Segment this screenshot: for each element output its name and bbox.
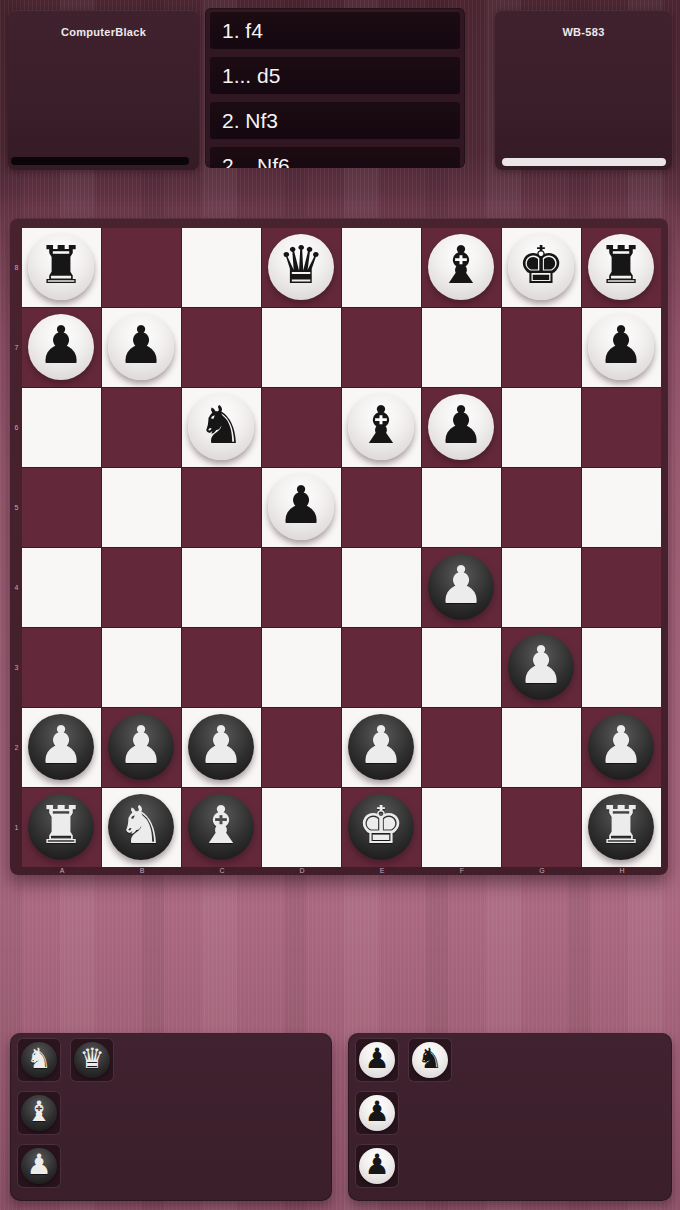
square-f2[interactable] [422, 708, 501, 787]
square-e7[interactable] [342, 308, 421, 387]
black-rook[interactable]: ♜ [28, 234, 94, 300]
piece-glyph: ♜ [38, 799, 85, 851]
white-king[interactable]: ♚ [348, 794, 414, 860]
captured-tile: ♟ [355, 1144, 399, 1188]
piece-glyph: ♚ [358, 799, 405, 851]
square-d7[interactable] [262, 308, 341, 387]
square-e8[interactable] [342, 228, 421, 307]
square-b4[interactable] [102, 548, 181, 627]
square-b2[interactable]: ♟ [102, 708, 181, 787]
piece-glyph: ♝ [438, 239, 485, 291]
piece-glyph: ♟ [38, 719, 85, 771]
square-e2[interactable]: ♟ [342, 708, 421, 787]
piece-glyph: ♞ [198, 399, 245, 451]
black-bishop[interactable]: ♝ [348, 394, 414, 460]
piece-glyph: ♝ [198, 799, 245, 851]
piece-glyph: ♟ [118, 319, 165, 371]
black-king[interactable]: ♚ [508, 234, 574, 300]
square-a7[interactable]: ♟ [22, 308, 101, 387]
square-a2[interactable]: ♟ [22, 708, 101, 787]
move-list[interactable]: 1. f41... d52. Nf32... Nf6 [205, 8, 465, 168]
move-row[interactable]: 1... d5 [210, 57, 460, 94]
captured-tile: ♟ [17, 1144, 61, 1188]
piece-glyph: ♟ [364, 1045, 389, 1073]
captured-white-queen: ♛ [74, 1042, 110, 1078]
square-a5[interactable] [22, 468, 101, 547]
piece-glyph: ♜ [598, 239, 645, 291]
piece-glyph: ♟ [438, 399, 485, 451]
piece-glyph: ♟ [598, 719, 645, 771]
chess-board-frame: ♜♛♝♚♜♟♟♟♞♝♟♟♟♟♟♟♟♟♟♜♞♝♚♜ 87654321 ABCDEF… [10, 218, 668, 875]
rank-label-6: 6 [12, 424, 21, 432]
piece-glyph: ♟ [26, 1151, 51, 1179]
square-f5[interactable] [422, 468, 501, 547]
square-h3[interactable] [582, 628, 661, 707]
square-c4[interactable] [182, 548, 261, 627]
square-f7[interactable] [422, 308, 501, 387]
square-d2[interactable] [262, 708, 341, 787]
piece-glyph: ♟ [438, 559, 485, 611]
square-e4[interactable] [342, 548, 421, 627]
black-pawn[interactable]: ♟ [108, 314, 174, 380]
rank-label-1: 1 [12, 824, 21, 832]
file-label-f: F [422, 867, 502, 875]
square-g2[interactable] [502, 708, 581, 787]
captured-tile: ♞ [17, 1038, 61, 1082]
square-h6[interactable] [582, 388, 661, 467]
piece-glyph: ♟ [198, 719, 245, 771]
file-label-a: A [22, 867, 102, 875]
chess-board: ♜♛♝♚♜♟♟♟♞♝♟♟♟♟♟♟♟♟♟♜♞♝♚♜ [22, 228, 661, 867]
square-b5[interactable] [102, 468, 181, 547]
file-label-b: B [102, 867, 182, 875]
move-row[interactable]: 2... Nf6 [210, 147, 460, 168]
captured-tile: ♞ [408, 1038, 452, 1082]
square-e5[interactable] [342, 468, 421, 547]
captured-white-bishop: ♝ [21, 1095, 57, 1131]
square-h5[interactable] [582, 468, 661, 547]
piece-glyph: ♟ [364, 1151, 389, 1179]
piece-glyph: ♞ [118, 799, 165, 851]
rank-label-8: 8 [12, 264, 21, 272]
black-pawn[interactable]: ♟ [268, 474, 334, 540]
piece-glyph: ♟ [118, 719, 165, 771]
player-panel-white: WB-583 [495, 10, 672, 170]
rank-label-4: 4 [12, 584, 21, 592]
square-c3[interactable] [182, 628, 261, 707]
white-rook[interactable]: ♜ [588, 794, 654, 860]
white-pawn[interactable]: ♟ [428, 554, 494, 620]
piece-glyph: ♚ [518, 239, 565, 291]
white-rook[interactable]: ♜ [28, 794, 94, 860]
square-d8[interactable]: ♛ [262, 228, 341, 307]
square-a6[interactable] [22, 388, 101, 467]
square-c5[interactable] [182, 468, 261, 547]
black-progress-bar [11, 157, 189, 165]
square-b8[interactable] [102, 228, 181, 307]
square-h7[interactable]: ♟ [582, 308, 661, 387]
black-pawn[interactable]: ♟ [588, 314, 654, 380]
square-c8[interactable] [182, 228, 261, 307]
square-b6[interactable] [102, 388, 181, 467]
piece-glyph: ♛ [79, 1045, 104, 1073]
piece-glyph: ♟ [364, 1098, 389, 1126]
rank-label-5: 5 [12, 504, 21, 512]
white-progress-bar [502, 158, 666, 166]
square-d3[interactable] [262, 628, 341, 707]
captured-tile: ♟ [355, 1038, 399, 1082]
black-queen[interactable]: ♛ [268, 234, 334, 300]
file-label-g: G [502, 867, 582, 875]
square-c7[interactable] [182, 308, 261, 387]
white-pawn[interactable]: ♟ [348, 714, 414, 780]
white-pawn[interactable]: ♟ [188, 714, 254, 780]
piece-glyph: ♜ [598, 799, 645, 851]
captured-tray-white-pieces: ♞♛♝♟ [10, 1033, 332, 1201]
square-g8[interactable]: ♚ [502, 228, 581, 307]
square-a1[interactable]: ♜ [22, 788, 101, 867]
white-bishop[interactable]: ♝ [188, 794, 254, 860]
captured-tile: ♝ [17, 1091, 61, 1135]
white-knight[interactable]: ♞ [108, 794, 174, 860]
white-pawn[interactable]: ♟ [108, 714, 174, 780]
file-label-c: C [182, 867, 262, 875]
captured-tray-black-pieces: ♟♞♟♟ [348, 1033, 672, 1201]
square-b3[interactable] [102, 628, 181, 707]
piece-glyph: ♜ [38, 239, 85, 291]
white-pawn[interactable]: ♟ [508, 634, 574, 700]
black-pawn[interactable]: ♟ [28, 314, 94, 380]
piece-glyph: ♞ [26, 1045, 51, 1073]
captured-black-pawn: ♟ [359, 1095, 395, 1131]
square-h1[interactable]: ♜ [582, 788, 661, 867]
captured-black-pawn: ♟ [359, 1042, 395, 1078]
square-c6[interactable]: ♞ [182, 388, 261, 467]
captured-tile: ♟ [355, 1091, 399, 1135]
square-a4[interactable] [22, 548, 101, 627]
square-b7[interactable]: ♟ [102, 308, 181, 387]
square-d1[interactable] [262, 788, 341, 867]
square-f3[interactable] [422, 628, 501, 707]
square-d4[interactable] [262, 548, 341, 627]
square-f1[interactable] [422, 788, 501, 867]
square-h2[interactable]: ♟ [582, 708, 661, 787]
piece-glyph: ♛ [278, 239, 325, 291]
square-e3[interactable] [342, 628, 421, 707]
square-g6[interactable] [502, 388, 581, 467]
rank-label-7: 7 [12, 344, 21, 352]
square-f4[interactable]: ♟ [422, 548, 501, 627]
piece-glyph: ♝ [358, 399, 405, 451]
square-g4[interactable] [502, 548, 581, 627]
player-name-black: ComputerBlack [8, 26, 199, 38]
file-label-d: D [262, 867, 342, 875]
square-c1[interactable]: ♝ [182, 788, 261, 867]
piece-glyph: ♞ [417, 1045, 442, 1073]
white-pawn[interactable]: ♟ [588, 714, 654, 780]
captured-white-pawn: ♟ [21, 1148, 57, 1184]
piece-glyph: ♟ [278, 479, 325, 531]
white-pawn[interactable]: ♟ [28, 714, 94, 780]
square-c2[interactable]: ♟ [182, 708, 261, 787]
square-d5[interactable]: ♟ [262, 468, 341, 547]
piece-glyph: ♝ [26, 1098, 51, 1126]
square-g3[interactable]: ♟ [502, 628, 581, 707]
move-row[interactable]: 2. Nf3 [210, 102, 460, 139]
rank-label-3: 3 [12, 664, 21, 672]
app-background: ComputerBlack 1. f41... d52. Nf32... Nf6… [0, 0, 680, 1210]
square-g5[interactable] [502, 468, 581, 547]
move-row[interactable]: 1. f4 [210, 12, 460, 49]
square-e6[interactable]: ♝ [342, 388, 421, 467]
square-d6[interactable] [262, 388, 341, 467]
square-h4[interactable] [582, 548, 661, 627]
square-b1[interactable]: ♞ [102, 788, 181, 867]
player-name-white: WB-583 [495, 26, 672, 38]
file-label-e: E [342, 867, 422, 875]
square-f6[interactable]: ♟ [422, 388, 501, 467]
captured-black-knight: ♞ [412, 1042, 448, 1078]
square-g7[interactable] [502, 308, 581, 387]
piece-glyph: ♟ [598, 319, 645, 371]
black-knight[interactable]: ♞ [188, 394, 254, 460]
rank-label-2: 2 [12, 744, 21, 752]
piece-glyph: ♟ [518, 639, 565, 691]
piece-glyph: ♟ [38, 319, 85, 371]
piece-glyph: ♟ [358, 719, 405, 771]
square-g1[interactable] [502, 788, 581, 867]
black-rook[interactable]: ♜ [588, 234, 654, 300]
black-bishop[interactable]: ♝ [428, 234, 494, 300]
captured-tile: ♛ [70, 1038, 114, 1082]
square-f8[interactable]: ♝ [422, 228, 501, 307]
square-e1[interactable]: ♚ [342, 788, 421, 867]
file-label-h: H [582, 867, 662, 875]
black-pawn[interactable]: ♟ [428, 394, 494, 460]
square-a8[interactable]: ♜ [22, 228, 101, 307]
captured-black-pawn: ♟ [359, 1148, 395, 1184]
square-a3[interactable] [22, 628, 101, 707]
square-h8[interactable]: ♜ [582, 228, 661, 307]
player-panel-black: ComputerBlack [8, 10, 199, 170]
captured-white-knight: ♞ [21, 1042, 57, 1078]
